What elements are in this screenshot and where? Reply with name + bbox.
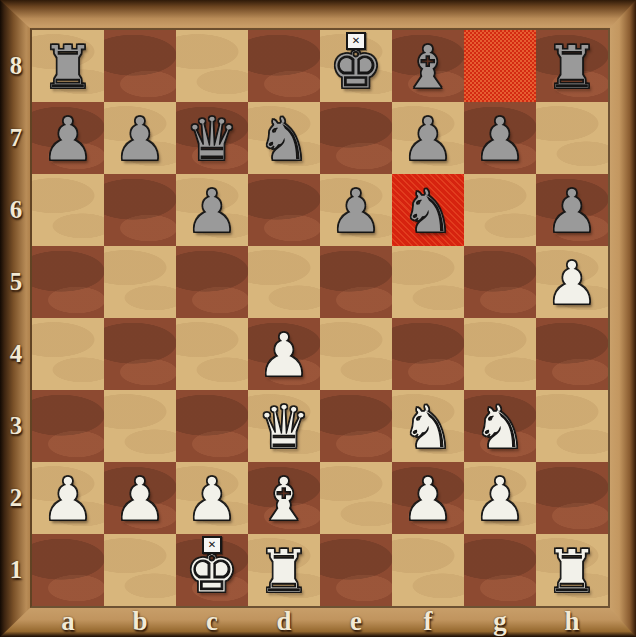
white-pawn[interactable]: ♟ [113,469,167,529]
board-frame-top [0,0,636,30]
square-c4[interactable] [176,318,248,390]
file-label-h: h [536,606,608,637]
black-pawn[interactable]: ♟ [545,181,599,241]
file-label-d: d [248,606,320,637]
square-b2[interactable]: ♟ [104,462,176,534]
square-b6[interactable] [104,174,176,246]
square-e4[interactable] [320,318,392,390]
square-a3[interactable] [32,390,104,462]
square-e2[interactable] [320,462,392,534]
rank-label-7: 7 [0,102,32,174]
king-cross-badge: ✕ [202,536,222,554]
square-g4[interactable] [464,318,536,390]
square-c6[interactable]: ♟ [176,174,248,246]
square-g2[interactable]: ♟ [464,462,536,534]
square-d7[interactable]: ♞ [248,102,320,174]
black-rook[interactable]: ♜ [41,37,95,97]
black-pawn[interactable]: ♟ [185,181,239,241]
square-a4[interactable] [32,318,104,390]
square-h6[interactable]: ♟ [536,174,608,246]
rank-label-8: 8 [0,30,32,102]
square-b5[interactable] [104,246,176,318]
file-label-a: a [32,606,104,637]
square-e1[interactable] [320,534,392,606]
square-f1[interactable] [392,534,464,606]
square-d5[interactable] [248,246,320,318]
square-a2[interactable]: ♟ [32,462,104,534]
white-knight[interactable]: ♞ [401,397,455,457]
black-rook[interactable]: ♜ [545,37,599,97]
square-a5[interactable] [32,246,104,318]
square-g3[interactable]: ♞ [464,390,536,462]
black-pawn[interactable]: ♟ [113,109,167,169]
white-bishop[interactable]: ♝ [257,469,311,529]
square-b8[interactable] [104,30,176,102]
square-h1[interactable]: ♜ [536,534,608,606]
square-a1[interactable] [32,534,104,606]
square-c7[interactable]: ♛ [176,102,248,174]
square-b3[interactable] [104,390,176,462]
square-d2[interactable]: ♝ [248,462,320,534]
square-d1[interactable]: ♜ [248,534,320,606]
square-h8[interactable]: ♜ [536,30,608,102]
square-g8[interactable] [464,30,536,102]
rank-label-5: 5 [0,246,32,318]
square-e3[interactable] [320,390,392,462]
square-h7[interactable] [536,102,608,174]
rank-label-6: 6 [0,174,32,246]
square-h3[interactable] [536,390,608,462]
square-f6[interactable]: ♞ [392,174,464,246]
rank-label-1: 1 [0,534,32,606]
square-b1[interactable] [104,534,176,606]
square-e8[interactable]: ♚✕ [320,30,392,102]
square-g1[interactable] [464,534,536,606]
square-f4[interactable] [392,318,464,390]
board-frame-right [608,0,636,637]
square-g7[interactable]: ♟ [464,102,536,174]
king-cross-badge: ✕ [346,32,366,50]
square-e5[interactable] [320,246,392,318]
black-bishop[interactable]: ♝ [401,37,455,97]
file-label-e: e [320,606,392,637]
square-e7[interactable] [320,102,392,174]
square-g6[interactable] [464,174,536,246]
rank-label-3: 3 [0,390,32,462]
white-pawn[interactable]: ♟ [185,469,239,529]
square-a6[interactable] [32,174,104,246]
square-h5[interactable]: ♟ [536,246,608,318]
square-d4[interactable]: ♟ [248,318,320,390]
rank-label-4: 4 [0,318,32,390]
square-d3[interactable]: ♛ [248,390,320,462]
white-rook[interactable]: ♜ [257,541,311,601]
white-pawn[interactable]: ♟ [545,253,599,313]
white-queen[interactable]: ♛ [257,397,311,457]
white-pawn[interactable]: ♟ [473,469,527,529]
square-f7[interactable]: ♟ [392,102,464,174]
rank-label-2: 2 [0,462,32,534]
square-c1[interactable]: ♚✕ [176,534,248,606]
rank-coordinates: 87654321 [0,30,32,606]
square-f3[interactable]: ♞ [392,390,464,462]
black-queen[interactable]: ♛ [185,109,239,169]
square-f8[interactable]: ♝ [392,30,464,102]
file-coordinates: abcdefgh [32,606,608,637]
black-pawn[interactable]: ♟ [401,109,455,169]
square-b4[interactable] [104,318,176,390]
square-h4[interactable] [536,318,608,390]
chess-board: ♜♚✕♝♜♟♟♛♞♟♟♟♟♞♟♟♟♛♞♞♟♟♟♝♟♟♚✕♜♜ [32,30,608,606]
chess-app-window: ♜♚✕♝♜♟♟♛♞♟♟♟♟♞♟♟♟♛♞♞♟♟♟♝♟♟♚✕♜♜ 87654321 … [0,0,636,637]
black-knight[interactable]: ♞ [257,109,311,169]
square-f5[interactable] [392,246,464,318]
square-c8[interactable] [176,30,248,102]
square-a8[interactable]: ♜ [32,30,104,102]
square-e6[interactable]: ♟ [320,174,392,246]
white-pawn[interactable]: ♟ [41,469,95,529]
white-pawn[interactable]: ♟ [257,325,311,385]
square-c2[interactable]: ♟ [176,462,248,534]
square-h2[interactable] [536,462,608,534]
black-pawn[interactable]: ♟ [473,109,527,169]
square-f2[interactable]: ♟ [392,462,464,534]
white-rook[interactable]: ♜ [545,541,599,601]
black-knight[interactable]: ♞ [401,181,455,241]
black-pawn[interactable]: ♟ [329,181,383,241]
square-g5[interactable] [464,246,536,318]
square-c3[interactable] [176,390,248,462]
square-d8[interactable] [248,30,320,102]
file-label-b: b [104,606,176,637]
file-label-g: g [464,606,536,637]
square-b7[interactable]: ♟ [104,102,176,174]
file-label-c: c [176,606,248,637]
file-label-f: f [392,606,464,637]
white-knight[interactable]: ♞ [473,397,527,457]
square-d6[interactable] [248,174,320,246]
square-a7[interactable]: ♟ [32,102,104,174]
black-pawn[interactable]: ♟ [41,109,95,169]
white-pawn[interactable]: ♟ [401,469,455,529]
square-c5[interactable] [176,246,248,318]
